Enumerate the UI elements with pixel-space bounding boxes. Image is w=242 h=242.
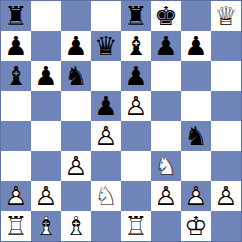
square-a3[interactable] (1, 151, 31, 181)
white-pawn: ♟♙ (91, 121, 121, 151)
chess-app-window: ♜♜♚♛♕♟♟♛♝♟♟♝♟♞♟♟♟♙♟♙♞♟♙♞♘♟♙♟♙♞♘♟♙♟♙♟♙♜♖♝… (0, 0, 242, 242)
square-h5[interactable] (211, 91, 241, 121)
white-queen: ♛♕ (211, 1, 241, 31)
white-pawn: ♟♙ (61, 151, 91, 181)
square-a8[interactable]: ♜ (1, 1, 31, 31)
white-bishop: ♝♗ (61, 211, 91, 241)
black-knight: ♞ (181, 121, 211, 151)
square-b2[interactable]: ♟♙ (31, 181, 61, 211)
square-a1[interactable]: ♜♖ (1, 211, 31, 241)
square-h4[interactable] (211, 121, 241, 151)
square-c4[interactable] (61, 121, 91, 151)
black-bishop: ♝ (121, 31, 151, 61)
square-g3[interactable] (181, 151, 211, 181)
square-f5[interactable] (151, 91, 181, 121)
square-d3[interactable] (91, 151, 121, 181)
white-rook: ♜♖ (1, 211, 31, 241)
square-a2[interactable]: ♟♙ (1, 181, 31, 211)
white-king: ♚♔ (181, 211, 211, 241)
black-king: ♚ (151, 1, 181, 31)
square-g1[interactable]: ♚♔ (181, 211, 211, 241)
square-c1[interactable]: ♝♗ (61, 211, 91, 241)
white-rook: ♜♖ (121, 211, 151, 241)
square-c5[interactable] (61, 91, 91, 121)
square-f8[interactable]: ♚ (151, 1, 181, 31)
square-f2[interactable]: ♟♙ (151, 181, 181, 211)
square-e2[interactable] (121, 181, 151, 211)
square-g5[interactable] (181, 91, 211, 121)
white-pawn: ♟♙ (211, 181, 241, 211)
square-g7[interactable]: ♟ (181, 31, 211, 61)
white-pawn: ♟♙ (181, 181, 211, 211)
white-pawn: ♟♙ (121, 91, 151, 121)
square-c8[interactable] (61, 1, 91, 31)
square-b8[interactable] (31, 1, 61, 31)
black-pawn: ♟ (31, 61, 61, 91)
square-a7[interactable]: ♟ (1, 31, 31, 61)
white-pawn: ♟♙ (1, 181, 31, 211)
square-a5[interactable] (1, 91, 31, 121)
black-pawn: ♟ (1, 31, 31, 61)
square-b3[interactable] (31, 151, 61, 181)
square-b7[interactable] (31, 31, 61, 61)
white-bishop: ♝♗ (31, 211, 61, 241)
square-g6[interactable] (181, 61, 211, 91)
square-e8[interactable]: ♜ (121, 1, 151, 31)
chess-board: ♜♜♚♛♕♟♟♛♝♟♟♝♟♞♟♟♟♙♟♙♞♟♙♞♘♟♙♟♙♞♘♟♙♟♙♟♙♜♖♝… (0, 0, 242, 242)
square-d6[interactable] (91, 61, 121, 91)
black-bishop: ♝ (1, 61, 31, 91)
square-g4[interactable]: ♞ (181, 121, 211, 151)
black-rook: ♜ (1, 1, 31, 31)
square-f3[interactable]: ♞♘ (151, 151, 181, 181)
black-pawn: ♟ (151, 31, 181, 61)
black-pawn: ♟ (181, 31, 211, 61)
square-d8[interactable] (91, 1, 121, 31)
black-pawn: ♟ (121, 61, 151, 91)
square-f7[interactable]: ♟ (151, 31, 181, 61)
square-c7[interactable]: ♟ (61, 31, 91, 61)
square-e3[interactable] (121, 151, 151, 181)
white-pawn: ♟♙ (31, 181, 61, 211)
square-d2[interactable]: ♞♘ (91, 181, 121, 211)
square-f1[interactable] (151, 211, 181, 241)
black-pawn: ♟ (61, 31, 91, 61)
square-b5[interactable] (31, 91, 61, 121)
square-h8[interactable]: ♛♕ (211, 1, 241, 31)
square-b6[interactable]: ♟ (31, 61, 61, 91)
square-h2[interactable]: ♟♙ (211, 181, 241, 211)
square-a4[interactable] (1, 121, 31, 151)
square-h3[interactable] (211, 151, 241, 181)
square-c2[interactable] (61, 181, 91, 211)
square-a6[interactable]: ♝ (1, 61, 31, 91)
square-e7[interactable]: ♝ (121, 31, 151, 61)
square-f6[interactable] (151, 61, 181, 91)
white-knight: ♞♘ (151, 151, 181, 181)
square-c3[interactable]: ♟♙ (61, 151, 91, 181)
square-h1[interactable] (211, 211, 241, 241)
square-d7[interactable]: ♛ (91, 31, 121, 61)
square-d1[interactable] (91, 211, 121, 241)
square-d4[interactable]: ♟♙ (91, 121, 121, 151)
square-g8[interactable] (181, 1, 211, 31)
square-e1[interactable]: ♜♖ (121, 211, 151, 241)
square-h7[interactable] (211, 31, 241, 61)
black-rook: ♜ (121, 1, 151, 31)
square-e4[interactable] (121, 121, 151, 151)
black-pawn: ♟ (91, 91, 121, 121)
square-b1[interactable]: ♝♗ (31, 211, 61, 241)
square-d5[interactable]: ♟ (91, 91, 121, 121)
square-f4[interactable] (151, 121, 181, 151)
black-queen: ♛ (91, 31, 121, 61)
white-knight: ♞♘ (91, 181, 121, 211)
black-knight: ♞ (61, 61, 91, 91)
square-c6[interactable]: ♞ (61, 61, 91, 91)
square-h6[interactable] (211, 61, 241, 91)
square-e5[interactable]: ♟♙ (121, 91, 151, 121)
white-pawn: ♟♙ (151, 181, 181, 211)
square-b4[interactable] (31, 121, 61, 151)
square-e6[interactable]: ♟ (121, 61, 151, 91)
square-g2[interactable]: ♟♙ (181, 181, 211, 211)
